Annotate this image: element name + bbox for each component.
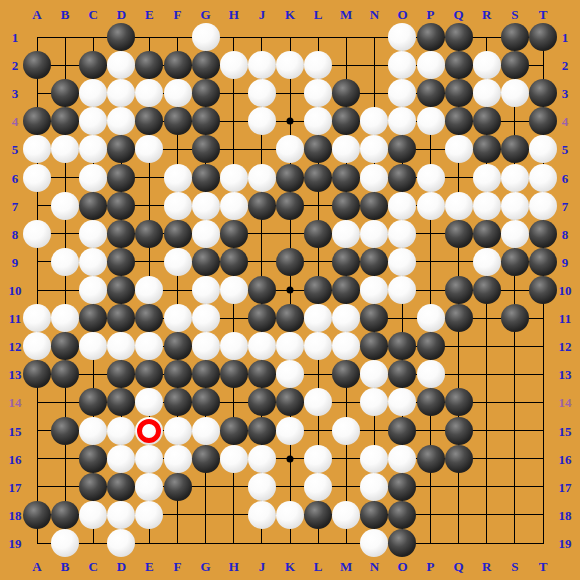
black-stone-K9: [276, 248, 304, 276]
black-stone-G3: [192, 79, 220, 107]
black-stone-K14: [276, 388, 304, 416]
white-stone-O14: [388, 388, 416, 416]
black-stone-L8: [304, 220, 332, 248]
white-stone-O2: [388, 51, 416, 79]
black-stone-H8: [220, 220, 248, 248]
white-stone-E3: [135, 79, 163, 107]
white-stone-D19: [107, 529, 135, 557]
row-label-right: 8: [562, 227, 569, 240]
white-stone-K18: [276, 501, 304, 529]
white-stone-O16: [388, 445, 416, 473]
go-board[interactable]: AABBCCDDEEFFGGHHJJKKLLMMNNOOPPQQRRSSTT11…: [0, 0, 580, 580]
row-label-right: 18: [559, 508, 572, 521]
white-stone-O3: [388, 79, 416, 107]
black-stone-T10: [529, 276, 557, 304]
white-stone-N16: [360, 445, 388, 473]
white-stone-B5: [51, 135, 79, 163]
white-stone-J16: [248, 445, 276, 473]
black-stone-D8: [107, 220, 135, 248]
black-stone-Q14: [445, 388, 473, 416]
row-label-left: 3: [12, 87, 19, 100]
black-stone-Q1: [445, 23, 473, 51]
white-stone-D4: [107, 107, 135, 135]
black-stone-O5: [388, 135, 416, 163]
column-label-top: M: [340, 8, 352, 21]
white-stone-C6: [79, 164, 107, 192]
white-stone-M18: [332, 501, 360, 529]
white-stone-D16: [107, 445, 135, 473]
black-stone-T4: [529, 107, 557, 135]
black-stone-L18: [304, 501, 332, 529]
black-stone-G4: [192, 107, 220, 135]
white-stone-O4: [388, 107, 416, 135]
column-label-top: R: [482, 8, 491, 21]
column-label-bottom: F: [174, 560, 182, 573]
black-stone-K6: [276, 164, 304, 192]
black-stone-E8: [135, 220, 163, 248]
white-stone-C8: [79, 220, 107, 248]
white-stone-G8: [192, 220, 220, 248]
white-stone-D12: [107, 332, 135, 360]
black-stone-F12: [164, 332, 192, 360]
white-stone-B7: [51, 192, 79, 220]
white-stone-C18: [79, 501, 107, 529]
black-stone-D6: [107, 164, 135, 192]
black-stone-S2: [501, 51, 529, 79]
black-stone-E2: [135, 51, 163, 79]
column-label-bottom: J: [259, 560, 266, 573]
white-stone-G15: [192, 417, 220, 445]
black-stone-C14: [79, 388, 107, 416]
black-stone-S1: [501, 23, 529, 51]
white-stone-N5: [360, 135, 388, 163]
black-stone-F4: [164, 107, 192, 135]
black-stone-O13: [388, 360, 416, 388]
row-label-right: 15: [559, 424, 572, 437]
black-stone-E11: [135, 304, 163, 332]
black-stone-N11: [360, 304, 388, 332]
black-stone-R10: [473, 276, 501, 304]
black-stone-O19: [388, 529, 416, 557]
white-stone-M8: [332, 220, 360, 248]
white-stone-H12: [220, 332, 248, 360]
column-label-bottom: Q: [454, 560, 464, 573]
black-stone-C2: [79, 51, 107, 79]
white-stone-O9: [388, 248, 416, 276]
row-label-right: 12: [559, 340, 572, 353]
white-stone-J12: [248, 332, 276, 360]
row-label-right: 5: [562, 143, 569, 156]
black-stone-D1: [107, 23, 135, 51]
black-stone-L10: [304, 276, 332, 304]
black-stone-B3: [51, 79, 79, 107]
black-stone-M4: [332, 107, 360, 135]
grid-line-vertical: [514, 37, 515, 544]
column-label-bottom: B: [61, 560, 70, 573]
white-stone-C4: [79, 107, 107, 135]
column-label-top: T: [539, 8, 548, 21]
white-stone-F11: [164, 304, 192, 332]
white-stone-F6: [164, 164, 192, 192]
column-label-top: S: [511, 8, 518, 21]
black-stone-Q10: [445, 276, 473, 304]
white-stone-S8: [501, 220, 529, 248]
white-stone-Q5: [445, 135, 473, 163]
black-stone-Q15: [445, 417, 473, 445]
white-stone-J3: [248, 79, 276, 107]
white-stone-E14: [135, 388, 163, 416]
white-stone-P7: [417, 192, 445, 220]
white-stone-O1: [388, 23, 416, 51]
white-stone-S3: [501, 79, 529, 107]
column-label-bottom: A: [32, 560, 41, 573]
white-stone-E16: [135, 445, 163, 473]
column-label-top: H: [229, 8, 239, 21]
white-stone-P2: [417, 51, 445, 79]
white-stone-H6: [220, 164, 248, 192]
black-stone-H13: [220, 360, 248, 388]
black-stone-Q8: [445, 220, 473, 248]
white-stone-G12: [192, 332, 220, 360]
black-stone-A4: [23, 107, 51, 135]
row-label-right: 9: [562, 255, 569, 268]
black-stone-F13: [164, 360, 192, 388]
white-stone-J4: [248, 107, 276, 135]
white-stone-P6: [417, 164, 445, 192]
row-label-right: 2: [562, 59, 569, 72]
black-stone-N12: [360, 332, 388, 360]
white-stone-C9: [79, 248, 107, 276]
row-label-right: 10: [559, 284, 572, 297]
white-stone-A8: [23, 220, 51, 248]
column-label-bottom: E: [145, 560, 154, 573]
white-stone-K12: [276, 332, 304, 360]
white-stone-R3: [473, 79, 501, 107]
black-stone-O6: [388, 164, 416, 192]
black-stone-L6: [304, 164, 332, 192]
white-stone-D15: [107, 417, 135, 445]
white-stone-G10: [192, 276, 220, 304]
black-stone-B18: [51, 501, 79, 529]
black-stone-S9: [501, 248, 529, 276]
black-stone-L5: [304, 135, 332, 163]
column-label-bottom: G: [201, 560, 211, 573]
black-stone-T8: [529, 220, 557, 248]
column-label-bottom: N: [370, 560, 379, 573]
white-stone-K5: [276, 135, 304, 163]
black-stone-B4: [51, 107, 79, 135]
row-label-left: 6: [12, 171, 19, 184]
column-label-bottom: K: [285, 560, 295, 573]
last-move-marker: [137, 419, 161, 443]
white-stone-M12: [332, 332, 360, 360]
white-stone-N4: [360, 107, 388, 135]
black-stone-F14: [164, 388, 192, 416]
black-stone-Q2: [445, 51, 473, 79]
white-stone-L17: [304, 473, 332, 501]
white-stone-H2: [220, 51, 248, 79]
white-stone-B9: [51, 248, 79, 276]
white-stone-P13: [417, 360, 445, 388]
white-stone-E10: [135, 276, 163, 304]
white-stone-F9: [164, 248, 192, 276]
white-stone-C15: [79, 417, 107, 445]
white-stone-F16: [164, 445, 192, 473]
white-stone-H16: [220, 445, 248, 473]
row-label-left: 17: [9, 480, 22, 493]
black-stone-P3: [417, 79, 445, 107]
black-stone-A18: [23, 501, 51, 529]
column-label-top: D: [117, 8, 126, 21]
black-stone-N18: [360, 501, 388, 529]
row-label-left: 16: [9, 452, 22, 465]
black-stone-M6: [332, 164, 360, 192]
row-label-left: 12: [9, 340, 22, 353]
row-label-left: 15: [9, 424, 22, 437]
white-stone-N17: [360, 473, 388, 501]
white-stone-G7: [192, 192, 220, 220]
row-label-right: 4: [562, 115, 569, 128]
black-stone-D14: [107, 388, 135, 416]
white-stone-D3: [107, 79, 135, 107]
black-stone-B15: [51, 417, 79, 445]
column-label-top: E: [145, 8, 154, 21]
white-stone-A11: [23, 304, 51, 332]
black-stone-M3: [332, 79, 360, 107]
white-stone-H10: [220, 276, 248, 304]
white-stone-R9: [473, 248, 501, 276]
black-stone-D5: [107, 135, 135, 163]
black-stone-G16: [192, 445, 220, 473]
column-label-bottom: C: [89, 560, 98, 573]
black-stone-H15: [220, 417, 248, 445]
black-stone-N7: [360, 192, 388, 220]
black-stone-P14: [417, 388, 445, 416]
black-stone-C17: [79, 473, 107, 501]
star-point: [287, 287, 294, 294]
black-stone-J15: [248, 417, 276, 445]
black-stone-C11: [79, 304, 107, 332]
white-stone-E12: [135, 332, 163, 360]
column-label-top: F: [174, 8, 182, 21]
white-stone-F15: [164, 417, 192, 445]
black-stone-O17: [388, 473, 416, 501]
row-label-left: 2: [12, 59, 19, 72]
white-stone-J17: [248, 473, 276, 501]
column-label-bottom: S: [511, 560, 518, 573]
column-label-bottom: P: [427, 560, 435, 573]
white-stone-L12: [304, 332, 332, 360]
white-stone-N8: [360, 220, 388, 248]
white-stone-R2: [473, 51, 501, 79]
black-stone-G9: [192, 248, 220, 276]
white-stone-K15: [276, 417, 304, 445]
white-stone-L3: [304, 79, 332, 107]
white-stone-R6: [473, 164, 501, 192]
black-stone-D17: [107, 473, 135, 501]
black-stone-R5: [473, 135, 501, 163]
white-stone-O7: [388, 192, 416, 220]
row-label-left: 7: [12, 199, 19, 212]
white-stone-P11: [417, 304, 445, 332]
black-stone-J7: [248, 192, 276, 220]
row-label-left: 14: [9, 396, 22, 409]
white-stone-F3: [164, 79, 192, 107]
row-label-left: 1: [12, 31, 19, 44]
white-stone-M11: [332, 304, 360, 332]
white-stone-E5: [135, 135, 163, 163]
white-stone-M15: [332, 417, 360, 445]
black-stone-M9: [332, 248, 360, 276]
white-stone-N13: [360, 360, 388, 388]
black-stone-P1: [417, 23, 445, 51]
row-label-left: 4: [12, 115, 19, 128]
white-stone-T7: [529, 192, 557, 220]
white-stone-N6: [360, 164, 388, 192]
star-point: [287, 455, 294, 462]
white-stone-L2: [304, 51, 332, 79]
white-stone-G11: [192, 304, 220, 332]
white-stone-R7: [473, 192, 501, 220]
black-stone-A2: [23, 51, 51, 79]
black-stone-K11: [276, 304, 304, 332]
column-label-bottom: L: [314, 560, 323, 573]
white-stone-C3: [79, 79, 107, 107]
row-label-right: 11: [559, 312, 571, 325]
star-point: [287, 118, 294, 125]
white-stone-E15: [135, 417, 163, 445]
black-stone-O15: [388, 417, 416, 445]
row-label-left: 8: [12, 227, 19, 240]
column-label-top: G: [201, 8, 211, 21]
black-stone-T3: [529, 79, 557, 107]
black-stone-A13: [23, 360, 51, 388]
row-label-left: 18: [9, 508, 22, 521]
white-stone-K2: [276, 51, 304, 79]
black-stone-E4: [135, 107, 163, 135]
white-stone-K13: [276, 360, 304, 388]
white-stone-C5: [79, 135, 107, 163]
black-stone-J11: [248, 304, 276, 332]
black-stone-Q11: [445, 304, 473, 332]
black-stone-D9: [107, 248, 135, 276]
row-label-right: 13: [559, 368, 572, 381]
white-stone-J6: [248, 164, 276, 192]
black-stone-R4: [473, 107, 501, 135]
black-stone-R8: [473, 220, 501, 248]
black-stone-H9: [220, 248, 248, 276]
white-stone-L14: [304, 388, 332, 416]
white-stone-A5: [23, 135, 51, 163]
black-stone-O18: [388, 501, 416, 529]
black-stone-F17: [164, 473, 192, 501]
column-label-bottom: O: [397, 560, 407, 573]
column-label-bottom: H: [229, 560, 239, 573]
black-stone-D10: [107, 276, 135, 304]
white-stone-O8: [388, 220, 416, 248]
row-label-left: 10: [9, 284, 22, 297]
black-stone-O12: [388, 332, 416, 360]
row-label-left: 5: [12, 143, 19, 156]
black-stone-J14: [248, 388, 276, 416]
row-label-right: 6: [562, 171, 569, 184]
white-stone-F7: [164, 192, 192, 220]
black-stone-B13: [51, 360, 79, 388]
black-stone-Q3: [445, 79, 473, 107]
black-stone-G2: [192, 51, 220, 79]
white-stone-C12: [79, 332, 107, 360]
black-stone-M7: [332, 192, 360, 220]
white-stone-C10: [79, 276, 107, 304]
black-stone-D13: [107, 360, 135, 388]
white-stone-E17: [135, 473, 163, 501]
black-stone-P16: [417, 445, 445, 473]
white-stone-M5: [332, 135, 360, 163]
column-label-bottom: T: [539, 560, 548, 573]
white-stone-L16: [304, 445, 332, 473]
white-stone-A6: [23, 164, 51, 192]
white-stone-Q7: [445, 192, 473, 220]
black-stone-S5: [501, 135, 529, 163]
black-stone-N9: [360, 248, 388, 276]
white-stone-N10: [360, 276, 388, 304]
column-label-top: A: [32, 8, 41, 21]
row-label-right: 17: [559, 480, 572, 493]
row-label-right: 1: [562, 31, 569, 44]
black-stone-F2: [164, 51, 192, 79]
column-label-bottom: M: [340, 560, 352, 573]
black-stone-G14: [192, 388, 220, 416]
white-stone-H7: [220, 192, 248, 220]
black-stone-D11: [107, 304, 135, 332]
black-stone-S11: [501, 304, 529, 332]
black-stone-Q16: [445, 445, 473, 473]
column-label-top: B: [61, 8, 70, 21]
black-stone-Q4: [445, 107, 473, 135]
black-stone-G5: [192, 135, 220, 163]
white-stone-D2: [107, 51, 135, 79]
white-stone-T5: [529, 135, 557, 163]
column-label-top: K: [285, 8, 295, 21]
black-stone-D7: [107, 192, 135, 220]
column-label-top: P: [427, 8, 435, 21]
black-stone-M10: [332, 276, 360, 304]
row-label-left: 11: [9, 312, 21, 325]
white-stone-N19: [360, 529, 388, 557]
column-label-bottom: R: [482, 560, 491, 573]
black-stone-C7: [79, 192, 107, 220]
column-label-top: C: [89, 8, 98, 21]
black-stone-G6: [192, 164, 220, 192]
column-label-top: Q: [454, 8, 464, 21]
column-label-top: O: [397, 8, 407, 21]
black-stone-B12: [51, 332, 79, 360]
black-stone-J10: [248, 276, 276, 304]
white-stone-A12: [23, 332, 51, 360]
white-stone-O10: [388, 276, 416, 304]
column-label-top: N: [370, 8, 379, 21]
white-stone-B11: [51, 304, 79, 332]
column-label-top: J: [259, 8, 266, 21]
black-stone-P12: [417, 332, 445, 360]
white-stone-E18: [135, 501, 163, 529]
white-stone-N14: [360, 388, 388, 416]
white-stone-D18: [107, 501, 135, 529]
white-stone-L11: [304, 304, 332, 332]
row-label-right: 19: [559, 537, 572, 550]
row-label-right: 14: [559, 396, 572, 409]
row-label-right: 16: [559, 452, 572, 465]
